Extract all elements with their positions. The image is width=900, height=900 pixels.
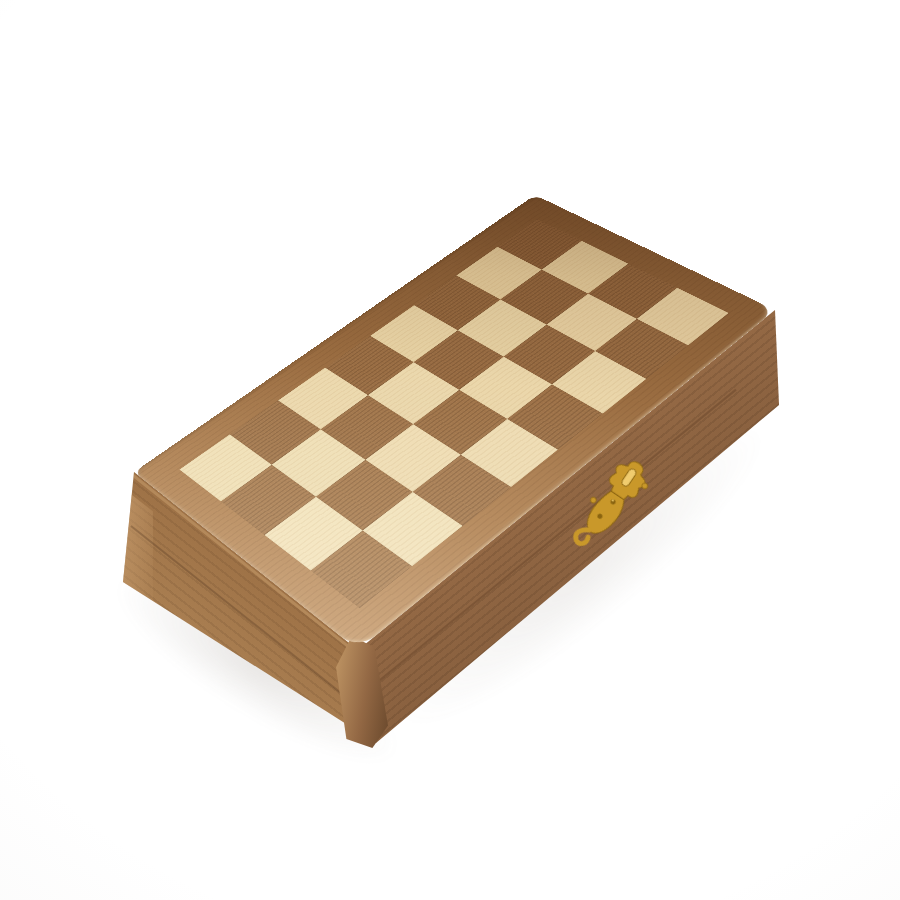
corner-joint-patch — [111, 479, 153, 632]
latch-hook — [573, 525, 592, 546]
photo-stage — [0, 0, 900, 900]
board-grid — [180, 219, 729, 608]
latch-tab-left — [589, 496, 597, 504]
